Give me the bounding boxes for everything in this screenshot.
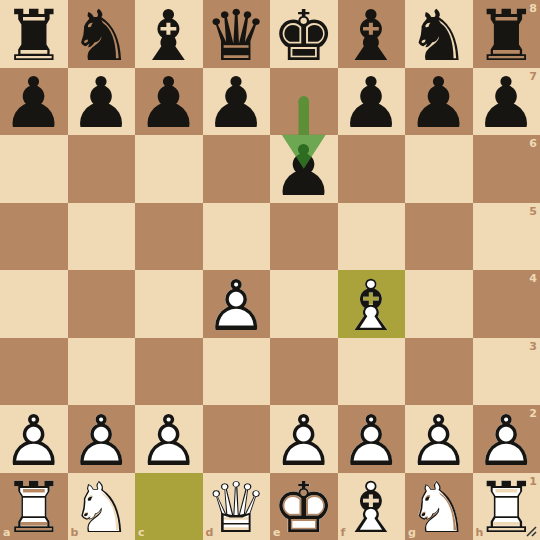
black-knight-glyph: ♞ xyxy=(405,2,473,70)
white-pawn-outline: ♙ xyxy=(68,407,136,475)
square-d6[interactable] xyxy=(203,135,271,203)
square-c5[interactable] xyxy=(135,203,203,271)
black-pawn[interactable]: ♟ xyxy=(338,69,406,137)
square-b2[interactable]: ♟♙ xyxy=(68,405,136,473)
square-c3[interactable] xyxy=(135,338,203,406)
square-h4[interactable]: 4 xyxy=(473,270,540,338)
square-g7[interactable]: ♟ xyxy=(405,68,473,136)
coordinate-file-e: e xyxy=(273,527,280,538)
square-e5[interactable] xyxy=(270,203,338,271)
coordinate-rank-5: 5 xyxy=(529,206,537,217)
square-h6[interactable]: 6 xyxy=(473,135,540,203)
white-pawn[interactable]: ♟♙ xyxy=(405,406,473,474)
square-e2[interactable]: ♟♙ xyxy=(270,405,338,473)
black-bishop[interactable]: ♝ xyxy=(135,1,203,69)
square-e4[interactable] xyxy=(270,270,338,338)
white-bishop[interactable]: ♝♗ xyxy=(338,271,406,339)
square-b7[interactable]: ♟ xyxy=(68,68,136,136)
square-b8[interactable]: ♞ xyxy=(68,0,136,68)
white-pawn-outline: ♙ xyxy=(203,272,271,340)
black-pawn-glyph: ♟ xyxy=(203,70,271,138)
square-a3[interactable] xyxy=(0,338,68,406)
black-rook-glyph: ♜ xyxy=(0,2,68,70)
square-h5[interactable]: 5 xyxy=(473,203,540,271)
coordinate-file-g: g xyxy=(408,527,416,538)
square-b4[interactable] xyxy=(68,270,136,338)
black-bishop-glyph: ♝ xyxy=(135,2,203,70)
white-bishop-outline: ♗ xyxy=(338,475,406,540)
square-a5[interactable] xyxy=(0,203,68,271)
black-pawn[interactable]: ♟ xyxy=(270,136,338,204)
black-pawn-glyph: ♟ xyxy=(270,137,338,205)
white-pawn[interactable]: ♟♙ xyxy=(203,271,271,339)
square-e1[interactable]: e♚♔ xyxy=(270,473,338,540)
square-g6[interactable] xyxy=(405,135,473,203)
coordinate-file-h: h xyxy=(476,527,484,538)
square-e8[interactable]: ♚ xyxy=(270,0,338,68)
black-king[interactable]: ♚ xyxy=(270,1,338,69)
square-e3[interactable] xyxy=(270,338,338,406)
square-c4[interactable] xyxy=(135,270,203,338)
chess-board: ♜♞♝♛♚♝♞8♜♟♟♟♟♟♟7♟♟65♟♙♝♗43♟♙♟♙♟♙♟♙♟♙♟♙2♟… xyxy=(0,0,540,540)
white-pawn[interactable]: ♟♙ xyxy=(68,406,136,474)
square-g3[interactable] xyxy=(405,338,473,406)
black-pawn[interactable]: ♟ xyxy=(0,69,68,137)
square-f5[interactable] xyxy=(338,203,406,271)
coordinate-file-d: d xyxy=(206,527,214,538)
square-f7[interactable]: ♟ xyxy=(338,68,406,136)
coordinate-rank-2: 2 xyxy=(529,408,537,419)
square-d7[interactable]: ♟ xyxy=(203,68,271,136)
coordinate-file-f: f xyxy=(341,527,346,538)
white-pawn-outline: ♙ xyxy=(405,407,473,475)
square-d5[interactable] xyxy=(203,203,271,271)
white-pawn[interactable]: ♟♙ xyxy=(135,406,203,474)
square-e6[interactable]: ♟ xyxy=(270,135,338,203)
black-queen[interactable]: ♛ xyxy=(203,1,271,69)
white-pawn[interactable]: ♟♙ xyxy=(270,406,338,474)
black-knight-glyph: ♞ xyxy=(68,2,136,70)
black-pawn[interactable]: ♟ xyxy=(203,69,271,137)
square-g1[interactable]: g♞♘ xyxy=(405,473,473,540)
square-c8[interactable]: ♝ xyxy=(135,0,203,68)
white-bishop-outline: ♗ xyxy=(338,272,406,340)
square-d8[interactable]: ♛ xyxy=(203,0,271,68)
square-a7[interactable]: ♟ xyxy=(0,68,68,136)
black-knight[interactable]: ♞ xyxy=(405,1,473,69)
square-f8[interactable]: ♝ xyxy=(338,0,406,68)
black-rook[interactable]: ♜ xyxy=(0,1,68,69)
black-pawn-glyph: ♟ xyxy=(338,70,406,138)
square-h2[interactable]: 2♟♙ xyxy=(473,405,540,473)
black-pawn[interactable]: ♟ xyxy=(405,69,473,137)
black-pawn-glyph: ♟ xyxy=(68,70,136,138)
white-pawn-outline: ♙ xyxy=(135,407,203,475)
coordinate-rank-6: 6 xyxy=(529,138,537,149)
black-pawn-glyph: ♟ xyxy=(405,70,473,138)
white-bishop[interactable]: ♝♗ xyxy=(338,474,406,540)
square-f1[interactable]: f♝♗ xyxy=(338,473,406,540)
black-pawn[interactable]: ♟ xyxy=(135,69,203,137)
square-h8[interactable]: 8♜ xyxy=(473,0,540,68)
black-king-glyph: ♚ xyxy=(270,2,338,70)
square-f3[interactable] xyxy=(338,338,406,406)
square-a6[interactable] xyxy=(0,135,68,203)
square-g2[interactable]: ♟♙ xyxy=(405,405,473,473)
square-g8[interactable]: ♞ xyxy=(405,0,473,68)
square-c7[interactable]: ♟ xyxy=(135,68,203,136)
chess-board-wrap: ♜♞♝♛♚♝♞8♜♟♟♟♟♟♟7♟♟65♟♙♝♗43♟♙♟♙♟♙♟♙♟♙♟♙2♟… xyxy=(0,0,540,540)
square-c2[interactable]: ♟♙ xyxy=(135,405,203,473)
square-b1[interactable]: b♞♘ xyxy=(68,473,136,540)
board-resize-handle-icon[interactable] xyxy=(523,523,539,539)
square-d2[interactable] xyxy=(203,405,271,473)
square-b6[interactable] xyxy=(68,135,136,203)
square-f6[interactable] xyxy=(338,135,406,203)
black-pawn-glyph: ♟ xyxy=(0,70,68,138)
coordinate-rank-7: 7 xyxy=(529,71,537,82)
white-pawn-outline: ♙ xyxy=(338,407,406,475)
square-h3[interactable]: 3 xyxy=(473,338,540,406)
square-e7[interactable] xyxy=(270,68,338,136)
square-d4[interactable]: ♟♙ xyxy=(203,270,271,338)
coordinate-rank-3: 3 xyxy=(529,341,537,352)
square-f2[interactable]: ♟♙ xyxy=(338,405,406,473)
square-a8[interactable]: ♜ xyxy=(0,0,68,68)
black-pawn[interactable]: ♟ xyxy=(68,69,136,137)
coordinate-rank-8: 8 xyxy=(529,3,537,14)
square-g5[interactable] xyxy=(405,203,473,271)
white-pawn[interactable]: ♟♙ xyxy=(338,406,406,474)
square-g4[interactable] xyxy=(405,270,473,338)
white-pawn[interactable]: ♟♙ xyxy=(0,406,68,474)
black-bishop[interactable]: ♝ xyxy=(338,1,406,69)
black-knight[interactable]: ♞ xyxy=(68,1,136,69)
square-d1[interactable]: d♛♕ xyxy=(203,473,271,540)
square-c6[interactable] xyxy=(135,135,203,203)
coordinate-file-b: b xyxy=(71,527,79,538)
coordinate-rank-1: 1 xyxy=(529,476,537,487)
black-pawn-glyph: ♟ xyxy=(135,70,203,138)
square-b5[interactable] xyxy=(68,203,136,271)
coordinate-rank-4: 4 xyxy=(529,273,537,284)
square-f4[interactable]: ♝♗ xyxy=(338,270,406,338)
white-pawn-outline: ♙ xyxy=(270,407,338,475)
square-b3[interactable] xyxy=(68,338,136,406)
square-d3[interactable] xyxy=(203,338,271,406)
square-a4[interactable] xyxy=(0,270,68,338)
white-pawn-outline: ♙ xyxy=(0,407,68,475)
square-a1[interactable]: a♜♖ xyxy=(0,473,68,540)
coordinate-file-c: c xyxy=(138,527,145,538)
square-c1[interactable]: c xyxy=(135,473,203,540)
square-a2[interactable]: ♟♙ xyxy=(0,405,68,473)
black-bishop-glyph: ♝ xyxy=(338,2,406,70)
black-queen-glyph: ♛ xyxy=(203,2,271,70)
coordinate-file-a: a xyxy=(3,527,10,538)
square-h7[interactable]: 7♟ xyxy=(473,68,540,136)
